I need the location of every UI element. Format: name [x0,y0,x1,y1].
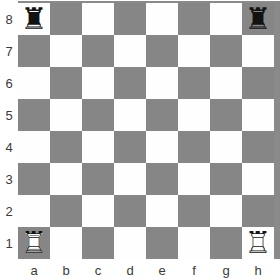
square-b5[interactable] [50,99,82,131]
square-e6[interactable] [146,67,178,99]
square-h2[interactable] [242,195,274,227]
rank-labels: 87654321 [0,3,18,259]
file-label-a: a [18,260,50,280]
square-f2[interactable] [178,195,210,227]
black-rook-glyph: ♜ [242,3,274,35]
square-d2[interactable] [114,195,146,227]
square-g1[interactable] [210,227,242,259]
square-a6[interactable] [18,67,50,99]
file-label-g: g [210,260,242,280]
square-c4[interactable] [82,131,114,163]
square-d4[interactable] [114,131,146,163]
square-h3[interactable] [242,163,274,195]
square-g8[interactable] [210,3,242,35]
square-c6[interactable] [82,67,114,99]
rank-label-1: 1 [0,227,18,259]
black-rook-glyph: ♜ [18,3,50,35]
square-a8[interactable]: ♜ [18,3,50,35]
square-a5[interactable] [18,99,50,131]
square-g7[interactable] [210,35,242,67]
square-d5[interactable] [114,99,146,131]
file-label-b: b [50,260,82,280]
square-d7[interactable] [114,35,146,67]
square-f7[interactable] [178,35,210,67]
rank-label-5: 5 [0,99,18,131]
square-b3[interactable] [50,163,82,195]
rank-label-4: 4 [0,131,18,163]
board-right-border [274,3,280,259]
file-labels: abcdefgh [18,260,274,280]
square-f8[interactable] [178,3,210,35]
square-c3[interactable] [82,163,114,195]
square-g3[interactable] [210,163,242,195]
square-h5[interactable] [242,99,274,131]
square-f1[interactable] [178,227,210,259]
rank-label-3: 3 [0,163,18,195]
square-h1[interactable]: ♜♖ [242,227,274,259]
square-f3[interactable] [178,163,210,195]
square-g4[interactable] [210,131,242,163]
square-b1[interactable] [50,227,82,259]
square-h8[interactable]: ♜ [242,3,274,35]
square-e8[interactable] [146,3,178,35]
square-e5[interactable] [146,99,178,131]
square-a1[interactable]: ♜♖ [18,227,50,259]
square-a3[interactable] [18,163,50,195]
square-c5[interactable] [82,99,114,131]
white-rook[interactable]: ♜♖ [18,227,50,259]
white-rook[interactable]: ♜♖ [242,227,274,259]
square-c7[interactable] [82,35,114,67]
square-c8[interactable] [82,3,114,35]
square-d6[interactable] [114,67,146,99]
square-g5[interactable] [210,99,242,131]
square-f4[interactable] [178,131,210,163]
square-e7[interactable] [146,35,178,67]
square-a2[interactable] [18,195,50,227]
black-rook[interactable]: ♜ [242,3,274,35]
square-b2[interactable] [50,195,82,227]
square-g2[interactable] [210,195,242,227]
square-b4[interactable] [50,131,82,163]
rank-label-2: 2 [0,195,18,227]
square-d8[interactable] [114,3,146,35]
square-b8[interactable] [50,3,82,35]
square-e2[interactable] [146,195,178,227]
square-f5[interactable] [178,99,210,131]
square-a4[interactable] [18,131,50,163]
square-g6[interactable] [210,67,242,99]
square-c2[interactable] [82,195,114,227]
square-c1[interactable] [82,227,114,259]
file-label-c: c [82,260,114,280]
board: ♜♜♜♖♜♖ [18,3,274,259]
rank-label-8: 8 [0,3,18,35]
square-h4[interactable] [242,131,274,163]
rank-label-7: 7 [0,35,18,67]
square-e1[interactable] [146,227,178,259]
square-f6[interactable] [178,67,210,99]
file-label-f: f [178,260,210,280]
square-a7[interactable] [18,35,50,67]
square-d3[interactable] [114,163,146,195]
square-e4[interactable] [146,131,178,163]
square-h7[interactable] [242,35,274,67]
chess-diagram: 87654321 ♜♜♜♖♜♖ abcdefgh [0,0,280,280]
square-h6[interactable] [242,67,274,99]
rank-label-6: 6 [0,67,18,99]
white-rook-outline-glyph: ♖ [242,227,274,259]
file-label-d: d [114,260,146,280]
square-b7[interactable] [50,35,82,67]
black-rook[interactable]: ♜ [18,3,50,35]
square-b6[interactable] [50,67,82,99]
square-d1[interactable] [114,227,146,259]
file-label-e: e [146,260,178,280]
file-label-h: h [242,260,274,280]
white-rook-outline-glyph: ♖ [18,227,50,259]
square-e3[interactable] [146,163,178,195]
